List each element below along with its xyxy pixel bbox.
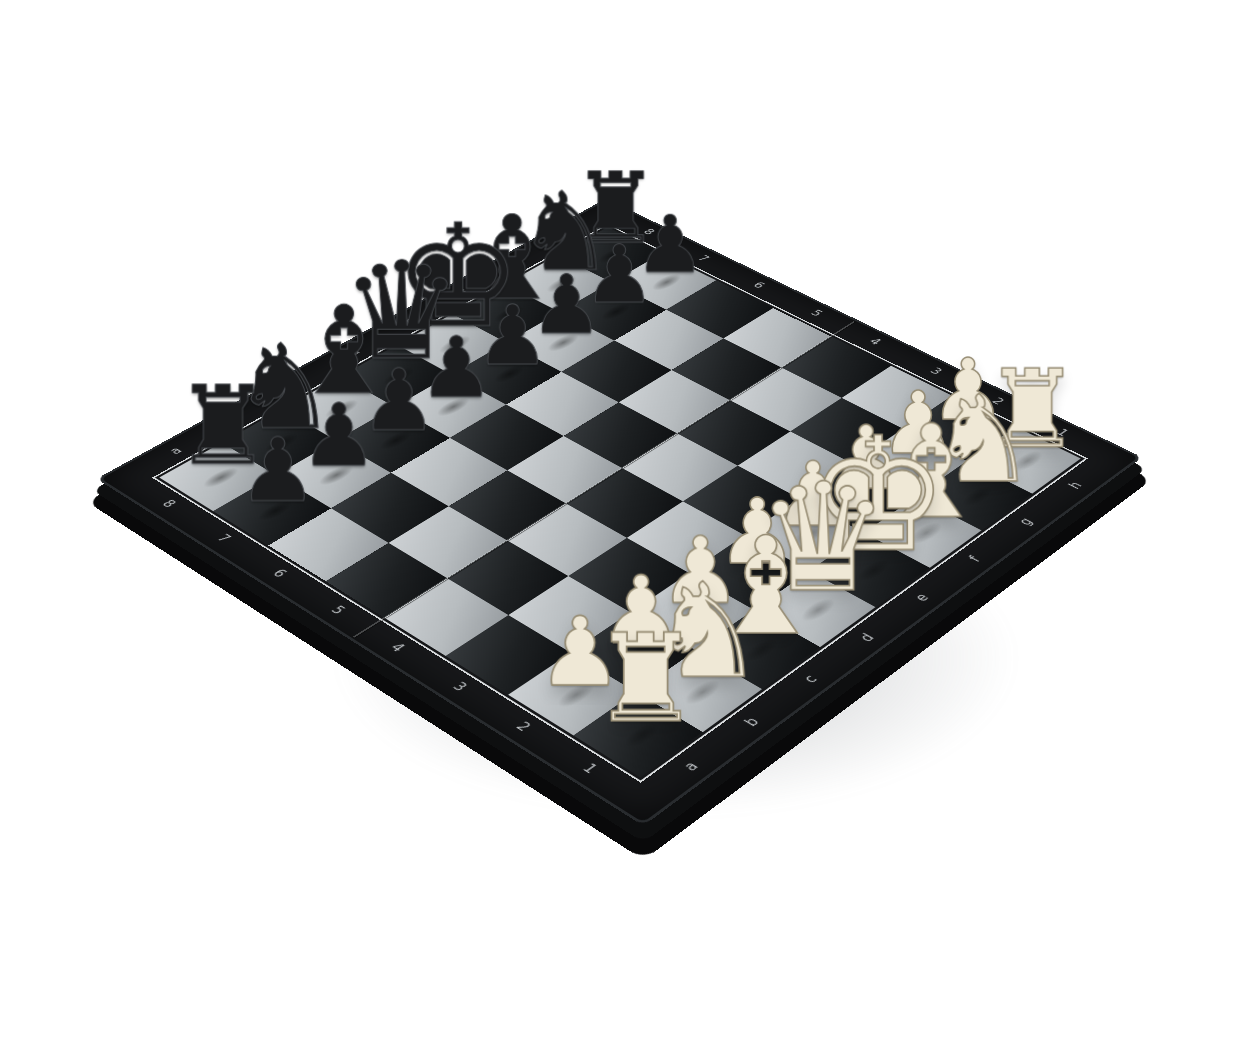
piece-black-pawn[interactable]: ♟	[196, 426, 360, 514]
square-a1[interactable]: ♜	[573, 692, 702, 777]
piece-white-rook[interactable]: ♜	[556, 618, 736, 740]
product-photo-scene: abcdefgh abcdefgh 87654321 87654321 ♜♞♝♛…	[0, 0, 1244, 1052]
square-b5[interactable]	[388, 506, 507, 578]
